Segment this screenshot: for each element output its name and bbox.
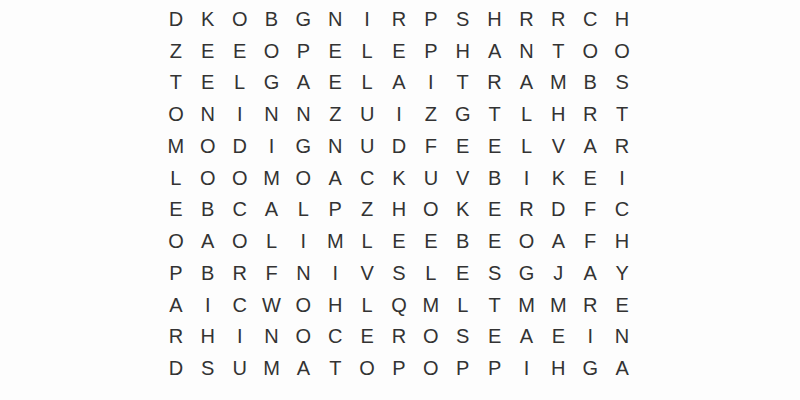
grid-cell[interactable]: K bbox=[383, 162, 415, 194]
grid-cell[interactable]: O bbox=[606, 35, 638, 67]
grid-cell[interactable]: T bbox=[606, 98, 638, 130]
grid-cell[interactable]: U bbox=[351, 130, 383, 162]
grid-cell[interactable]: E bbox=[574, 162, 606, 194]
grid-cell[interactable]: A bbox=[192, 225, 224, 257]
grid-cell[interactable]: C bbox=[574, 3, 606, 35]
grid-cell[interactable]: O bbox=[224, 3, 256, 35]
grid-cell[interactable]: A bbox=[511, 321, 543, 353]
grid-cell[interactable]: V bbox=[447, 162, 479, 194]
grid-cell[interactable]: E bbox=[192, 67, 224, 99]
grid-cell[interactable]: G bbox=[574, 352, 606, 384]
grid-cell[interactable]: Z bbox=[160, 35, 192, 67]
grid-cell[interactable]: P bbox=[319, 194, 351, 226]
grid-cell[interactable]: N bbox=[287, 257, 319, 289]
grid-cell[interactable]: N bbox=[287, 98, 319, 130]
grid-cell[interactable]: T bbox=[160, 67, 192, 99]
grid-cell[interactable]: A bbox=[574, 130, 606, 162]
grid-cell[interactable]: L bbox=[287, 194, 319, 226]
grid-cell[interactable]: S bbox=[479, 257, 511, 289]
grid-cell[interactable]: I bbox=[224, 321, 256, 353]
grid-cell[interactable]: O bbox=[160, 98, 192, 130]
grid-cell[interactable]: V bbox=[542, 130, 574, 162]
grid-cell[interactable]: R bbox=[574, 98, 606, 130]
grid-cell[interactable]: V bbox=[351, 257, 383, 289]
word-search-grid: DKOBGNIRPSHRRCHZEEOPELEPHANTOOTELGAELAIT… bbox=[160, 3, 638, 384]
grid-cell[interactable]: U bbox=[351, 98, 383, 130]
grid-cell[interactable]: H bbox=[447, 35, 479, 67]
grid-cell[interactable]: I bbox=[574, 321, 606, 353]
grid-cell[interactable]: D bbox=[224, 130, 256, 162]
grid-cell[interactable]: T bbox=[447, 67, 479, 99]
grid-cell[interactable]: R bbox=[479, 67, 511, 99]
grid-cell[interactable]: H bbox=[606, 3, 638, 35]
grid-cell[interactable]: I bbox=[415, 67, 447, 99]
grid-cell[interactable]: H bbox=[542, 352, 574, 384]
grid-cell[interactable]: F bbox=[574, 194, 606, 226]
grid-cell[interactable]: T bbox=[319, 352, 351, 384]
grid-cell[interactable]: G bbox=[447, 98, 479, 130]
grid-cell[interactable]: C bbox=[319, 321, 351, 353]
grid-cell[interactable]: T bbox=[479, 289, 511, 321]
grid-cell[interactable]: E bbox=[319, 67, 351, 99]
grid-cell[interactable]: C bbox=[606, 194, 638, 226]
grid-cell[interactable]: U bbox=[415, 162, 447, 194]
grid-cell[interactable]: A bbox=[256, 194, 288, 226]
grid-cell[interactable]: G bbox=[287, 130, 319, 162]
grid-cell[interactable]: A bbox=[383, 67, 415, 99]
grid-cell[interactable]: S bbox=[447, 3, 479, 35]
grid-cell[interactable]: M bbox=[160, 130, 192, 162]
grid-cell[interactable]: E bbox=[415, 225, 447, 257]
grid-cell[interactable]: P bbox=[160, 257, 192, 289]
grid-cell[interactable]: E bbox=[160, 194, 192, 226]
grid-cell[interactable]: E bbox=[383, 225, 415, 257]
grid-cell[interactable]: B bbox=[574, 67, 606, 99]
grid-cell[interactable]: S bbox=[447, 321, 479, 353]
grid-cell[interactable]: L bbox=[351, 35, 383, 67]
grid-cell[interactable]: P bbox=[415, 35, 447, 67]
grid-cell[interactable]: E bbox=[224, 35, 256, 67]
grid-cell[interactable]: S bbox=[606, 67, 638, 99]
grid-cell[interactable]: M bbox=[542, 67, 574, 99]
grid-cell[interactable]: P bbox=[415, 3, 447, 35]
grid-cell[interactable]: J bbox=[542, 257, 574, 289]
grid-cell[interactable]: A bbox=[574, 257, 606, 289]
grid-cell[interactable]: E bbox=[319, 35, 351, 67]
grid-cell[interactable]: N bbox=[256, 98, 288, 130]
grid-cell[interactable]: B bbox=[479, 162, 511, 194]
grid-cell[interactable]: G bbox=[287, 3, 319, 35]
grid-cell[interactable]: B bbox=[192, 194, 224, 226]
grid-cell[interactable]: L bbox=[415, 257, 447, 289]
grid-cell[interactable]: O bbox=[192, 130, 224, 162]
grid-cell[interactable]: E bbox=[383, 35, 415, 67]
grid-cell[interactable]: M bbox=[542, 289, 574, 321]
grid-cell[interactable]: H bbox=[319, 289, 351, 321]
grid-cell[interactable]: H bbox=[606, 225, 638, 257]
grid-cell[interactable]: M bbox=[256, 162, 288, 194]
grid-cell[interactable]: P bbox=[447, 352, 479, 384]
grid-cell[interactable]: F bbox=[415, 130, 447, 162]
grid-cell[interactable]: R bbox=[160, 321, 192, 353]
grid-cell[interactable]: H bbox=[192, 321, 224, 353]
grid-cell[interactable]: A bbox=[287, 67, 319, 99]
grid-cell[interactable]: L bbox=[256, 225, 288, 257]
grid-cell[interactable]: Z bbox=[351, 194, 383, 226]
grid-cell[interactable]: O bbox=[574, 35, 606, 67]
grid-cell[interactable]: E bbox=[542, 321, 574, 353]
grid-cell[interactable]: L bbox=[224, 67, 256, 99]
grid-cell[interactable]: D bbox=[160, 352, 192, 384]
grid-cell[interactable]: N bbox=[192, 98, 224, 130]
grid-cell[interactable]: M bbox=[256, 352, 288, 384]
grid-cell[interactable]: T bbox=[542, 35, 574, 67]
word-search-page: DKOBGNIRPSHRRCHZEEOPELEPHANTOOTELGAELAIT… bbox=[0, 0, 800, 400]
grid-cell[interactable]: B bbox=[192, 257, 224, 289]
grid-cell[interactable]: O bbox=[511, 225, 543, 257]
grid-cell[interactable]: A bbox=[160, 289, 192, 321]
grid-cell[interactable]: I bbox=[351, 3, 383, 35]
grid-cell[interactable]: E bbox=[479, 225, 511, 257]
grid-cell[interactable]: N bbox=[606, 321, 638, 353]
grid-cell[interactable]: L bbox=[511, 130, 543, 162]
grid-cell[interactable]: O bbox=[287, 162, 319, 194]
grid-cell[interactable]: O bbox=[287, 289, 319, 321]
grid-cell[interactable]: D bbox=[542, 194, 574, 226]
grid-cell[interactable]: F bbox=[256, 257, 288, 289]
grid-cell[interactable]: R bbox=[224, 257, 256, 289]
grid-cell[interactable]: C bbox=[351, 162, 383, 194]
grid-cell[interactable]: Y bbox=[606, 257, 638, 289]
grid-cell[interactable]: O bbox=[287, 321, 319, 353]
grid-cell[interactable]: L bbox=[511, 98, 543, 130]
grid-cell[interactable]: P bbox=[383, 352, 415, 384]
grid-cell[interactable]: M bbox=[415, 289, 447, 321]
grid-cell[interactable]: L bbox=[351, 289, 383, 321]
grid-cell[interactable]: A bbox=[606, 352, 638, 384]
grid-cell[interactable]: I bbox=[511, 162, 543, 194]
grid-cell[interactable]: H bbox=[542, 98, 574, 130]
grid-cell[interactable]: S bbox=[192, 352, 224, 384]
grid-cell[interactable]: M bbox=[319, 225, 351, 257]
grid-cell[interactable]: R bbox=[383, 3, 415, 35]
grid-cell[interactable]: C bbox=[224, 194, 256, 226]
grid-cell[interactable]: E bbox=[479, 130, 511, 162]
grid-cell[interactable]: L bbox=[351, 225, 383, 257]
grid-cell[interactable]: O bbox=[351, 352, 383, 384]
grid-cell[interactable]: I bbox=[224, 98, 256, 130]
grid-cell[interactable]: C bbox=[224, 289, 256, 321]
grid-cell[interactable]: O bbox=[160, 225, 192, 257]
grid-cell[interactable]: R bbox=[606, 130, 638, 162]
grid-cell[interactable]: I bbox=[287, 225, 319, 257]
grid-cell[interactable]: R bbox=[574, 289, 606, 321]
grid-cell[interactable]: I bbox=[256, 130, 288, 162]
grid-cell[interactable]: I bbox=[511, 352, 543, 384]
grid-cell[interactable]: E bbox=[447, 257, 479, 289]
grid-cell[interactable]: N bbox=[256, 321, 288, 353]
grid-cell[interactable]: F bbox=[574, 225, 606, 257]
grid-cell[interactable]: O bbox=[415, 194, 447, 226]
grid-cell[interactable]: Z bbox=[319, 98, 351, 130]
grid-cell[interactable]: Z bbox=[415, 98, 447, 130]
grid-cell[interactable]: T bbox=[479, 98, 511, 130]
grid-cell[interactable]: N bbox=[319, 130, 351, 162]
grid-cell[interactable]: S bbox=[383, 257, 415, 289]
grid-cell[interactable]: P bbox=[287, 35, 319, 67]
grid-cell[interactable]: O bbox=[224, 162, 256, 194]
grid-cell[interactable]: E bbox=[606, 289, 638, 321]
grid-cell[interactable]: B bbox=[256, 3, 288, 35]
grid-cell[interactable]: B bbox=[447, 225, 479, 257]
grid-cell[interactable]: U bbox=[224, 352, 256, 384]
grid-cell[interactable]: I bbox=[383, 98, 415, 130]
grid-cell[interactable]: O bbox=[192, 162, 224, 194]
grid-cell[interactable]: R bbox=[383, 321, 415, 353]
grid-cell[interactable]: E bbox=[192, 35, 224, 67]
grid-cell[interactable]: O bbox=[256, 35, 288, 67]
grid-cell[interactable]: D bbox=[160, 3, 192, 35]
grid-cell[interactable]: R bbox=[511, 194, 543, 226]
grid-cell[interactable]: O bbox=[415, 321, 447, 353]
grid-cell[interactable]: L bbox=[447, 289, 479, 321]
grid-cell[interactable]: D bbox=[383, 130, 415, 162]
grid-cell[interactable]: E bbox=[479, 194, 511, 226]
grid-cell[interactable]: N bbox=[511, 35, 543, 67]
grid-cell[interactable]: L bbox=[160, 162, 192, 194]
grid-cell[interactable]: K bbox=[192, 3, 224, 35]
grid-cell[interactable]: Q bbox=[383, 289, 415, 321]
grid-cell[interactable]: E bbox=[351, 321, 383, 353]
grid-cell[interactable]: O bbox=[224, 225, 256, 257]
grid-cell[interactable]: A bbox=[479, 35, 511, 67]
grid-cell[interactable]: L bbox=[351, 67, 383, 99]
grid-cell[interactable]: G bbox=[256, 67, 288, 99]
grid-cell[interactable]: K bbox=[542, 162, 574, 194]
grid-cell[interactable]: I bbox=[192, 289, 224, 321]
grid-cell[interactable]: A bbox=[319, 162, 351, 194]
grid-cell[interactable]: O bbox=[415, 352, 447, 384]
grid-cell[interactable]: R bbox=[511, 3, 543, 35]
grid-cell[interactable]: N bbox=[319, 3, 351, 35]
grid-cell[interactable]: M bbox=[511, 289, 543, 321]
grid-cell[interactable]: W bbox=[256, 289, 288, 321]
grid-cell[interactable]: I bbox=[606, 162, 638, 194]
grid-cell[interactable]: G bbox=[511, 257, 543, 289]
grid-cell[interactable]: I bbox=[319, 257, 351, 289]
grid-cell[interactable]: E bbox=[447, 130, 479, 162]
grid-cell[interactable]: P bbox=[479, 352, 511, 384]
grid-cell[interactable]: H bbox=[479, 3, 511, 35]
grid-cell[interactable]: A bbox=[511, 67, 543, 99]
grid-cell[interactable]: K bbox=[447, 194, 479, 226]
grid-cell[interactable]: R bbox=[542, 3, 574, 35]
grid-cell[interactable]: A bbox=[542, 225, 574, 257]
grid-cell[interactable]: A bbox=[287, 352, 319, 384]
grid-cell[interactable]: H bbox=[383, 194, 415, 226]
grid-cell[interactable]: E bbox=[479, 321, 511, 353]
